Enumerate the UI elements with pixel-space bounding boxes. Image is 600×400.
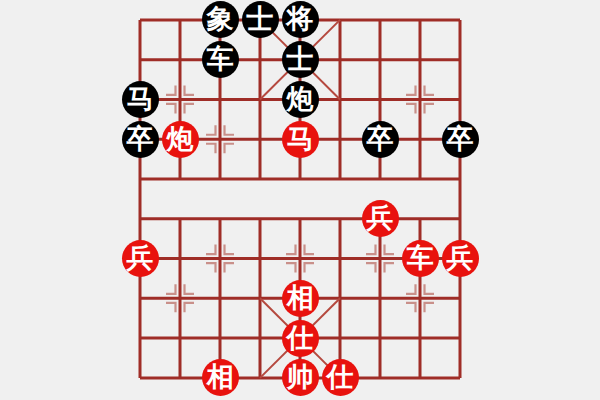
black-elephant-cell: 象 [200, 0, 240, 40]
red-soldier-cell: 兵 [360, 199, 400, 239]
black-advisor[interactable]: 士 [242, 1, 279, 38]
black-horse[interactable]: 马 [122, 81, 159, 118]
black-soldier-cell: 卒 [440, 119, 480, 159]
red-general[interactable]: 帅 [282, 359, 319, 396]
red-chariot-cell: 车 [400, 239, 440, 279]
black-chariot[interactable]: 车 [202, 41, 239, 78]
black-elephant[interactable]: 象 [202, 1, 239, 38]
black-advisor-cell: 士 [240, 0, 280, 40]
black-soldier[interactable]: 卒 [362, 121, 399, 158]
red-horse[interactable]: 马 [282, 121, 319, 158]
red-cannon[interactable]: 炮 [162, 121, 199, 158]
piece-layer: 象士将车士马炮卒炮马卒卒兵兵车兵相仕相帅仕 [120, 0, 480, 398]
red-elephant-cell: 相 [280, 278, 320, 318]
red-soldier-cell: 兵 [120, 239, 160, 279]
black-soldier-cell: 卒 [120, 119, 160, 159]
red-general-cell: 帅 [280, 358, 320, 398]
red-soldier-cell: 兵 [440, 239, 480, 279]
black-cannon[interactable]: 炮 [282, 81, 319, 118]
black-soldier[interactable]: 卒 [442, 121, 479, 158]
black-general-cell: 将 [280, 0, 320, 40]
red-soldier[interactable]: 兵 [362, 200, 399, 237]
xiangqi-board-screen: 象士将车士马炮卒炮马卒卒兵兵车兵相仕相帅仕 [0, 0, 600, 400]
red-cannon-cell: 炮 [160, 119, 200, 159]
red-soldier[interactable]: 兵 [122, 240, 159, 277]
red-horse-cell: 马 [280, 119, 320, 159]
black-chariot-cell: 车 [200, 40, 240, 80]
black-soldier-cell: 卒 [360, 119, 400, 159]
black-advisor[interactable]: 士 [282, 41, 319, 78]
red-elephant[interactable]: 相 [202, 359, 239, 396]
black-general[interactable]: 将 [282, 1, 319, 38]
red-chariot[interactable]: 车 [402, 240, 439, 277]
black-advisor-cell: 士 [280, 40, 320, 80]
red-advisor-cell: 仕 [320, 358, 360, 398]
black-soldier[interactable]: 卒 [122, 121, 159, 158]
black-cannon-cell: 炮 [280, 80, 320, 120]
red-advisor[interactable]: 仕 [322, 359, 359, 396]
red-advisor-cell: 仕 [280, 318, 320, 358]
black-horse-cell: 马 [120, 80, 160, 120]
red-advisor[interactable]: 仕 [282, 320, 319, 357]
red-elephant[interactable]: 相 [282, 280, 319, 317]
red-soldier[interactable]: 兵 [442, 240, 479, 277]
red-elephant-cell: 相 [200, 358, 240, 398]
